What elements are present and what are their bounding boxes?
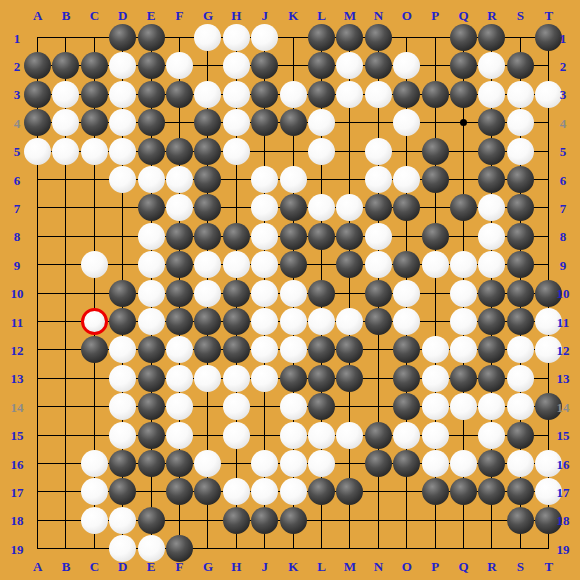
intersection-H17[interactable] <box>222 478 250 506</box>
intersection-L10[interactable] <box>307 279 335 307</box>
intersection-C15[interactable] <box>80 421 108 449</box>
intersection-T2[interactable] <box>534 52 562 80</box>
intersection-J6[interactable] <box>251 165 279 193</box>
intersection-J17[interactable] <box>251 478 279 506</box>
intersection-K14[interactable] <box>279 392 307 420</box>
intersection-A16[interactable] <box>23 449 51 477</box>
intersection-R4[interactable] <box>478 109 506 137</box>
intersection-M13[interactable] <box>336 364 364 392</box>
intersection-T1[interactable] <box>534 23 562 51</box>
intersection-L18[interactable] <box>307 506 335 534</box>
intersection-E3[interactable] <box>137 80 165 108</box>
intersection-D15[interactable] <box>109 421 137 449</box>
intersection-N11[interactable] <box>364 307 392 335</box>
intersection-A6[interactable] <box>23 165 51 193</box>
intersection-F18[interactable] <box>165 506 193 534</box>
intersection-T8[interactable] <box>534 222 562 250</box>
intersection-E2[interactable] <box>137 52 165 80</box>
intersection-R6[interactable] <box>478 165 506 193</box>
intersection-L15[interactable] <box>307 421 335 449</box>
intersection-F5[interactable] <box>165 137 193 165</box>
intersection-C13[interactable] <box>80 364 108 392</box>
intersection-F14[interactable] <box>165 392 193 420</box>
intersection-F1[interactable] <box>165 23 193 51</box>
intersection-L3[interactable] <box>307 80 335 108</box>
intersection-E11[interactable] <box>137 307 165 335</box>
intersection-B3[interactable] <box>52 80 80 108</box>
intersection-J12[interactable] <box>251 336 279 364</box>
intersection-O1[interactable] <box>392 23 420 51</box>
intersection-N4[interactable] <box>364 109 392 137</box>
intersection-F3[interactable] <box>165 80 193 108</box>
intersection-S16[interactable] <box>506 449 534 477</box>
intersection-S9[interactable] <box>506 251 534 279</box>
intersection-A7[interactable] <box>23 194 51 222</box>
intersection-C11[interactable] <box>80 307 108 335</box>
intersection-J5[interactable] <box>251 137 279 165</box>
intersection-L11[interactable] <box>307 307 335 335</box>
intersection-C18[interactable] <box>80 506 108 534</box>
intersection-K10[interactable] <box>279 279 307 307</box>
intersection-E6[interactable] <box>137 165 165 193</box>
intersection-L16[interactable] <box>307 449 335 477</box>
intersection-F15[interactable] <box>165 421 193 449</box>
intersection-H6[interactable] <box>222 165 250 193</box>
intersection-M11[interactable] <box>336 307 364 335</box>
intersection-G10[interactable] <box>194 279 222 307</box>
intersection-J2[interactable] <box>251 52 279 80</box>
intersection-T6[interactable] <box>534 165 562 193</box>
intersection-C16[interactable] <box>80 449 108 477</box>
intersection-C4[interactable] <box>80 109 108 137</box>
intersection-R1[interactable] <box>478 23 506 51</box>
intersection-K5[interactable] <box>279 137 307 165</box>
intersection-C7[interactable] <box>80 194 108 222</box>
intersection-A13[interactable] <box>23 364 51 392</box>
intersection-B14[interactable] <box>52 392 80 420</box>
intersection-J13[interactable] <box>251 364 279 392</box>
intersection-A10[interactable] <box>23 279 51 307</box>
intersection-B18[interactable] <box>52 506 80 534</box>
intersection-G16[interactable] <box>194 449 222 477</box>
intersection-S13[interactable] <box>506 364 534 392</box>
intersection-E16[interactable] <box>137 449 165 477</box>
intersection-F10[interactable] <box>165 279 193 307</box>
intersection-F9[interactable] <box>165 251 193 279</box>
intersection-Q18[interactable] <box>449 506 477 534</box>
intersection-P1[interactable] <box>421 23 449 51</box>
intersection-G5[interactable] <box>194 137 222 165</box>
intersection-M1[interactable] <box>336 23 364 51</box>
intersection-G8[interactable] <box>194 222 222 250</box>
intersection-N5[interactable] <box>364 137 392 165</box>
intersection-O14[interactable] <box>392 392 420 420</box>
intersection-G9[interactable] <box>194 251 222 279</box>
intersection-C14[interactable] <box>80 392 108 420</box>
intersection-T4[interactable] <box>534 109 562 137</box>
intersection-M7[interactable] <box>336 194 364 222</box>
intersection-B12[interactable] <box>52 336 80 364</box>
intersection-N3[interactable] <box>364 80 392 108</box>
intersection-H16[interactable] <box>222 449 250 477</box>
intersection-A3[interactable] <box>23 80 51 108</box>
intersection-Q1[interactable] <box>449 23 477 51</box>
intersection-Q6[interactable] <box>449 165 477 193</box>
intersection-B13[interactable] <box>52 364 80 392</box>
intersection-F2[interactable] <box>165 52 193 80</box>
intersection-N10[interactable] <box>364 279 392 307</box>
intersection-T5[interactable] <box>534 137 562 165</box>
intersection-R13[interactable] <box>478 364 506 392</box>
intersection-R17[interactable] <box>478 478 506 506</box>
intersection-D17[interactable] <box>109 478 137 506</box>
intersection-H14[interactable] <box>222 392 250 420</box>
intersection-C1[interactable] <box>80 23 108 51</box>
intersection-C10[interactable] <box>80 279 108 307</box>
intersection-L1[interactable] <box>307 23 335 51</box>
intersection-R10[interactable] <box>478 279 506 307</box>
intersection-H7[interactable] <box>222 194 250 222</box>
intersection-J9[interactable] <box>251 251 279 279</box>
intersection-L12[interactable] <box>307 336 335 364</box>
intersection-E18[interactable] <box>137 506 165 534</box>
intersection-M9[interactable] <box>336 251 364 279</box>
intersection-G2[interactable] <box>194 52 222 80</box>
intersection-S7[interactable] <box>506 194 534 222</box>
intersection-F7[interactable] <box>165 194 193 222</box>
intersection-K13[interactable] <box>279 364 307 392</box>
intersection-P10[interactable] <box>421 279 449 307</box>
intersection-K3[interactable] <box>279 80 307 108</box>
intersection-G12[interactable] <box>194 336 222 364</box>
intersection-Q4[interactable] <box>449 109 477 137</box>
intersection-J16[interactable] <box>251 449 279 477</box>
intersection-T9[interactable] <box>534 251 562 279</box>
intersection-M15[interactable] <box>336 421 364 449</box>
intersection-N7[interactable] <box>364 194 392 222</box>
intersection-J7[interactable] <box>251 194 279 222</box>
intersection-N17[interactable] <box>364 478 392 506</box>
intersection-H11[interactable] <box>222 307 250 335</box>
intersection-H10[interactable] <box>222 279 250 307</box>
intersection-F17[interactable] <box>165 478 193 506</box>
intersection-Q10[interactable] <box>449 279 477 307</box>
intersection-J14[interactable] <box>251 392 279 420</box>
intersection-J8[interactable] <box>251 222 279 250</box>
intersection-K12[interactable] <box>279 336 307 364</box>
intersection-Q16[interactable] <box>449 449 477 477</box>
intersection-D5[interactable] <box>109 137 137 165</box>
intersection-G6[interactable] <box>194 165 222 193</box>
intersection-K2[interactable] <box>279 52 307 80</box>
intersection-B8[interactable] <box>52 222 80 250</box>
intersection-N9[interactable] <box>364 251 392 279</box>
intersection-P9[interactable] <box>421 251 449 279</box>
intersection-D4[interactable] <box>109 109 137 137</box>
intersection-R15[interactable] <box>478 421 506 449</box>
intersection-M17[interactable] <box>336 478 364 506</box>
intersection-B6[interactable] <box>52 165 80 193</box>
intersection-E8[interactable] <box>137 222 165 250</box>
intersection-R3[interactable] <box>478 80 506 108</box>
intersection-E12[interactable] <box>137 336 165 364</box>
intersection-G14[interactable] <box>194 392 222 420</box>
intersection-P3[interactable] <box>421 80 449 108</box>
intersection-O18[interactable] <box>392 506 420 534</box>
intersection-O4[interactable] <box>392 109 420 137</box>
intersection-Q5[interactable] <box>449 137 477 165</box>
intersection-Q12[interactable] <box>449 336 477 364</box>
intersection-C9[interactable] <box>80 251 108 279</box>
intersection-K6[interactable] <box>279 165 307 193</box>
intersection-A2[interactable] <box>23 52 51 80</box>
intersection-K17[interactable] <box>279 478 307 506</box>
intersection-M3[interactable] <box>336 80 364 108</box>
intersection-B5[interactable] <box>52 137 80 165</box>
intersection-J4[interactable] <box>251 109 279 137</box>
intersection-D3[interactable] <box>109 80 137 108</box>
intersection-E15[interactable] <box>137 421 165 449</box>
intersection-R11[interactable] <box>478 307 506 335</box>
intersection-B15[interactable] <box>52 421 80 449</box>
intersection-P18[interactable] <box>421 506 449 534</box>
intersection-O9[interactable] <box>392 251 420 279</box>
intersection-B4[interactable] <box>52 109 80 137</box>
intersection-H12[interactable] <box>222 336 250 364</box>
intersection-D8[interactable] <box>109 222 137 250</box>
intersection-Q14[interactable] <box>449 392 477 420</box>
intersection-S2[interactable] <box>506 52 534 80</box>
intersection-N2[interactable] <box>364 52 392 80</box>
intersection-H4[interactable] <box>222 109 250 137</box>
intersection-K18[interactable] <box>279 506 307 534</box>
intersection-S10[interactable] <box>506 279 534 307</box>
intersection-G7[interactable] <box>194 194 222 222</box>
intersection-J15[interactable] <box>251 421 279 449</box>
intersection-D6[interactable] <box>109 165 137 193</box>
intersection-P17[interactable] <box>421 478 449 506</box>
intersection-N16[interactable] <box>364 449 392 477</box>
intersection-A11[interactable] <box>23 307 51 335</box>
intersection-E17[interactable] <box>137 478 165 506</box>
intersection-N8[interactable] <box>364 222 392 250</box>
intersection-M18[interactable] <box>336 506 364 534</box>
intersection-S11[interactable] <box>506 307 534 335</box>
intersection-P6[interactable] <box>421 165 449 193</box>
intersection-Q17[interactable] <box>449 478 477 506</box>
intersection-F6[interactable] <box>165 165 193 193</box>
intersection-R14[interactable] <box>478 392 506 420</box>
intersection-O6[interactable] <box>392 165 420 193</box>
intersection-F4[interactable] <box>165 109 193 137</box>
intersection-D12[interactable] <box>109 336 137 364</box>
intersection-M5[interactable] <box>336 137 364 165</box>
intersection-M8[interactable] <box>336 222 364 250</box>
intersection-S6[interactable] <box>506 165 534 193</box>
intersection-L8[interactable] <box>307 222 335 250</box>
intersection-C3[interactable] <box>80 80 108 108</box>
intersection-O12[interactable] <box>392 336 420 364</box>
intersection-S1[interactable] <box>506 23 534 51</box>
intersection-J1[interactable] <box>251 23 279 51</box>
intersection-A9[interactable] <box>23 251 51 279</box>
intersection-D18[interactable] <box>109 506 137 534</box>
intersection-R18[interactable] <box>478 506 506 534</box>
intersection-M10[interactable] <box>336 279 364 307</box>
intersection-G11[interactable] <box>194 307 222 335</box>
intersection-T7[interactable] <box>534 194 562 222</box>
intersection-N14[interactable] <box>364 392 392 420</box>
intersection-G18[interactable] <box>194 506 222 534</box>
intersection-M12[interactable] <box>336 336 364 364</box>
intersection-A8[interactable] <box>23 222 51 250</box>
intersection-G3[interactable] <box>194 80 222 108</box>
intersection-H1[interactable] <box>222 23 250 51</box>
intersection-D14[interactable] <box>109 392 137 420</box>
intersection-B16[interactable] <box>52 449 80 477</box>
intersection-R5[interactable] <box>478 137 506 165</box>
intersection-L4[interactable] <box>307 109 335 137</box>
intersection-B1[interactable] <box>52 23 80 51</box>
intersection-H13[interactable] <box>222 364 250 392</box>
intersection-B17[interactable] <box>52 478 80 506</box>
intersection-D2[interactable] <box>109 52 137 80</box>
intersection-O15[interactable] <box>392 421 420 449</box>
intersection-N12[interactable] <box>364 336 392 364</box>
intersection-G13[interactable] <box>194 364 222 392</box>
intersection-P13[interactable] <box>421 364 449 392</box>
intersection-M4[interactable] <box>336 109 364 137</box>
intersection-H18[interactable] <box>222 506 250 534</box>
intersection-C6[interactable] <box>80 165 108 193</box>
intersection-L14[interactable] <box>307 392 335 420</box>
intersection-E7[interactable] <box>137 194 165 222</box>
intersection-G17[interactable] <box>194 478 222 506</box>
intersection-P2[interactable] <box>421 52 449 80</box>
intersection-B10[interactable] <box>52 279 80 307</box>
intersection-Q8[interactable] <box>449 222 477 250</box>
intersection-D10[interactable] <box>109 279 137 307</box>
intersection-H3[interactable] <box>222 80 250 108</box>
intersection-F8[interactable] <box>165 222 193 250</box>
intersection-P16[interactable] <box>421 449 449 477</box>
intersection-A17[interactable] <box>23 478 51 506</box>
intersection-Q2[interactable] <box>449 52 477 80</box>
intersection-M14[interactable] <box>336 392 364 420</box>
intersection-D9[interactable] <box>109 251 137 279</box>
intersection-H8[interactable] <box>222 222 250 250</box>
intersection-C12[interactable] <box>80 336 108 364</box>
intersection-M2[interactable] <box>336 52 364 80</box>
intersection-S15[interactable] <box>506 421 534 449</box>
intersection-H9[interactable] <box>222 251 250 279</box>
intersection-O10[interactable] <box>392 279 420 307</box>
intersection-S12[interactable] <box>506 336 534 364</box>
intersection-A4[interactable] <box>23 109 51 137</box>
intersection-A18[interactable] <box>23 506 51 534</box>
intersection-P11[interactable] <box>421 307 449 335</box>
intersection-C5[interactable] <box>80 137 108 165</box>
intersection-E14[interactable] <box>137 392 165 420</box>
intersection-K15[interactable] <box>279 421 307 449</box>
intersection-R12[interactable] <box>478 336 506 364</box>
intersection-R2[interactable] <box>478 52 506 80</box>
intersection-K9[interactable] <box>279 251 307 279</box>
intersection-L7[interactable] <box>307 194 335 222</box>
intersection-Q9[interactable] <box>449 251 477 279</box>
intersection-F11[interactable] <box>165 307 193 335</box>
intersection-R16[interactable] <box>478 449 506 477</box>
intersection-H2[interactable] <box>222 52 250 80</box>
intersection-K4[interactable] <box>279 109 307 137</box>
intersection-L5[interactable] <box>307 137 335 165</box>
intersection-K1[interactable] <box>279 23 307 51</box>
intersection-E5[interactable] <box>137 137 165 165</box>
intersection-J18[interactable] <box>251 506 279 534</box>
intersection-B11[interactable] <box>52 307 80 335</box>
intersection-R8[interactable] <box>478 222 506 250</box>
intersection-K8[interactable] <box>279 222 307 250</box>
intersection-O5[interactable] <box>392 137 420 165</box>
intersection-H15[interactable] <box>222 421 250 449</box>
intersection-O17[interactable] <box>392 478 420 506</box>
intersection-O16[interactable] <box>392 449 420 477</box>
intersection-A14[interactable] <box>23 392 51 420</box>
intersection-Q3[interactable] <box>449 80 477 108</box>
intersection-D11[interactable] <box>109 307 137 335</box>
intersection-E9[interactable] <box>137 251 165 279</box>
intersection-O7[interactable] <box>392 194 420 222</box>
intersection-G4[interactable] <box>194 109 222 137</box>
intersection-Q15[interactable] <box>449 421 477 449</box>
intersection-T3[interactable] <box>534 80 562 108</box>
intersection-A12[interactable] <box>23 336 51 364</box>
intersection-J3[interactable] <box>251 80 279 108</box>
intersection-J11[interactable] <box>251 307 279 335</box>
intersection-A1[interactable] <box>23 23 51 51</box>
intersection-O8[interactable] <box>392 222 420 250</box>
intersection-E1[interactable] <box>137 23 165 51</box>
intersection-J10[interactable] <box>251 279 279 307</box>
intersection-B2[interactable] <box>52 52 80 80</box>
intersection-D13[interactable] <box>109 364 137 392</box>
intersection-S4[interactable] <box>506 109 534 137</box>
intersection-N13[interactable] <box>364 364 392 392</box>
intersection-G1[interactable] <box>194 23 222 51</box>
intersection-E10[interactable] <box>137 279 165 307</box>
intersection-A15[interactable] <box>23 421 51 449</box>
intersection-P5[interactable] <box>421 137 449 165</box>
intersection-L9[interactable] <box>307 251 335 279</box>
intersection-S17[interactable] <box>506 478 534 506</box>
intersection-P12[interactable] <box>421 336 449 364</box>
intersection-F16[interactable] <box>165 449 193 477</box>
intersection-M16[interactable] <box>336 449 364 477</box>
intersection-P7[interactable] <box>421 194 449 222</box>
intersection-O11[interactable] <box>392 307 420 335</box>
intersection-D1[interactable] <box>109 23 137 51</box>
intersection-N15[interactable] <box>364 421 392 449</box>
intersection-C17[interactable] <box>80 478 108 506</box>
intersection-F12[interactable] <box>165 336 193 364</box>
intersection-K11[interactable] <box>279 307 307 335</box>
intersection-R9[interactable] <box>478 251 506 279</box>
intersection-S14[interactable] <box>506 392 534 420</box>
intersection-E4[interactable] <box>137 109 165 137</box>
intersection-O3[interactable] <box>392 80 420 108</box>
intersection-A5[interactable] <box>23 137 51 165</box>
intersection-P14[interactable] <box>421 392 449 420</box>
